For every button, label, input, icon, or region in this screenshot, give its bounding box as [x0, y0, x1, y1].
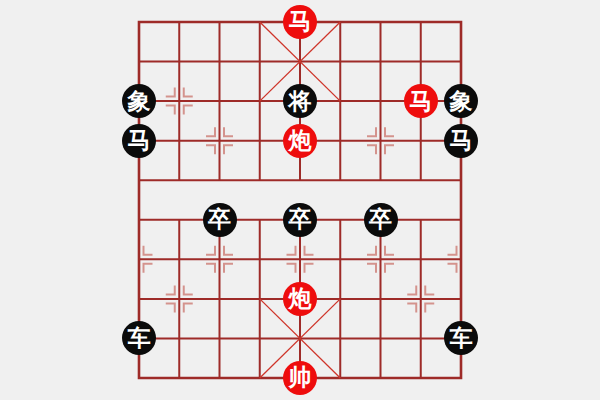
point-f7[interactable] — [320, 121, 360, 161]
point-c10[interactable] — [199, 2, 239, 42]
point-d7[interactable] — [240, 121, 280, 161]
red-general[interactable]: 帅 — [283, 361, 317, 395]
red-horse[interactable]: 马 — [404, 84, 438, 118]
point-d10[interactable] — [240, 2, 280, 42]
point-d1[interactable] — [240, 358, 280, 398]
point-f2[interactable] — [320, 319, 360, 359]
black-horse[interactable]: 马 — [122, 124, 156, 158]
point-d6[interactable] — [240, 160, 280, 200]
point-i6[interactable] — [441, 160, 481, 200]
point-f10[interactable] — [320, 2, 360, 42]
point-a9[interactable] — [119, 42, 159, 82]
red-cannon[interactable]: 炮 — [283, 282, 317, 316]
point-i7[interactable]: 马 — [441, 121, 481, 161]
point-c3[interactable] — [199, 279, 239, 319]
point-b7[interactable] — [159, 121, 199, 161]
point-e7[interactable]: 炮 — [280, 121, 320, 161]
point-a1[interactable] — [119, 358, 159, 398]
point-e4[interactable] — [280, 240, 320, 280]
point-f8[interactable] — [320, 81, 360, 121]
point-h2[interactable] — [401, 319, 441, 359]
point-i5[interactable] — [441, 200, 481, 240]
point-h7[interactable] — [401, 121, 441, 161]
point-a5[interactable] — [119, 200, 159, 240]
point-a6[interactable] — [119, 160, 159, 200]
point-g5[interactable]: 卒 — [360, 200, 400, 240]
point-e2[interactable] — [280, 319, 320, 359]
point-b8[interactable] — [159, 81, 199, 121]
point-d9[interactable] — [240, 42, 280, 82]
point-f4[interactable] — [320, 240, 360, 280]
point-i4[interactable] — [441, 240, 481, 280]
red-cannon[interactable]: 炮 — [283, 124, 317, 158]
point-h1[interactable] — [401, 358, 441, 398]
board-grid[interactable]: 马象将马象马炮马卒卒卒炮车车帅 — [119, 2, 481, 397]
point-d8[interactable] — [240, 81, 280, 121]
point-a10[interactable] — [119, 2, 159, 42]
point-c2[interactable] — [199, 319, 239, 359]
black-soldier[interactable]: 卒 — [364, 203, 398, 237]
point-e9[interactable] — [280, 42, 320, 82]
point-g4[interactable] — [360, 240, 400, 280]
point-h9[interactable] — [401, 42, 441, 82]
xiangqi-board: 马象将马象马炮马卒卒卒炮车车帅 — [0, 0, 600, 400]
point-i1[interactable] — [441, 358, 481, 398]
point-f6[interactable] — [320, 160, 360, 200]
point-i2[interactable]: 车 — [441, 319, 481, 359]
point-c5[interactable]: 卒 — [199, 200, 239, 240]
point-g7[interactable] — [360, 121, 400, 161]
point-c4[interactable] — [199, 240, 239, 280]
point-c6[interactable] — [199, 160, 239, 200]
black-elephant[interactable]: 象 — [122, 84, 156, 118]
point-g6[interactable] — [360, 160, 400, 200]
black-chariot[interactable]: 车 — [444, 321, 478, 355]
point-e6[interactable] — [280, 160, 320, 200]
point-f3[interactable] — [320, 279, 360, 319]
point-e3[interactable]: 炮 — [280, 279, 320, 319]
point-b10[interactable] — [159, 2, 199, 42]
black-chariot[interactable]: 车 — [122, 321, 156, 355]
point-a2[interactable]: 车 — [119, 319, 159, 359]
point-a3[interactable] — [119, 279, 159, 319]
point-c1[interactable] — [199, 358, 239, 398]
point-h10[interactable] — [401, 2, 441, 42]
point-h4[interactable] — [401, 240, 441, 280]
point-h8[interactable]: 马 — [401, 81, 441, 121]
point-f9[interactable] — [320, 42, 360, 82]
point-e10[interactable]: 马 — [280, 2, 320, 42]
black-elephant[interactable]: 象 — [444, 84, 478, 118]
point-b5[interactable] — [159, 200, 199, 240]
point-d4[interactable] — [240, 240, 280, 280]
point-g10[interactable] — [360, 2, 400, 42]
point-b4[interactable] — [159, 240, 199, 280]
point-g1[interactable] — [360, 358, 400, 398]
point-i3[interactable] — [441, 279, 481, 319]
point-e8[interactable]: 将 — [280, 81, 320, 121]
black-horse[interactable]: 马 — [444, 124, 478, 158]
point-b9[interactable] — [159, 42, 199, 82]
point-g8[interactable] — [360, 81, 400, 121]
point-d2[interactable] — [240, 319, 280, 359]
point-c9[interactable] — [199, 42, 239, 82]
point-b2[interactable] — [159, 319, 199, 359]
point-e5[interactable]: 卒 — [280, 200, 320, 240]
point-c7[interactable] — [199, 121, 239, 161]
point-g2[interactable] — [360, 319, 400, 359]
point-b1[interactable] — [159, 358, 199, 398]
black-soldier[interactable]: 卒 — [203, 203, 237, 237]
point-f5[interactable] — [320, 200, 360, 240]
point-b3[interactable] — [159, 279, 199, 319]
red-horse[interactable]: 马 — [283, 5, 317, 39]
point-d3[interactable] — [240, 279, 280, 319]
point-g9[interactable] — [360, 42, 400, 82]
point-h6[interactable] — [401, 160, 441, 200]
point-h3[interactable] — [401, 279, 441, 319]
point-c8[interactable] — [199, 81, 239, 121]
black-soldier[interactable]: 卒 — [283, 203, 317, 237]
point-b6[interactable] — [159, 160, 199, 200]
point-i9[interactable] — [441, 42, 481, 82]
point-i10[interactable] — [441, 2, 481, 42]
point-d5[interactable] — [240, 200, 280, 240]
point-a8[interactable]: 象 — [119, 81, 159, 121]
point-g3[interactable] — [360, 279, 400, 319]
point-a7[interactable]: 马 — [119, 121, 159, 161]
black-general[interactable]: 将 — [283, 84, 317, 118]
point-a4[interactable] — [119, 240, 159, 280]
point-e1[interactable]: 帅 — [280, 358, 320, 398]
point-i8[interactable]: 象 — [441, 81, 481, 121]
point-h5[interactable] — [401, 200, 441, 240]
point-f1[interactable] — [320, 358, 360, 398]
